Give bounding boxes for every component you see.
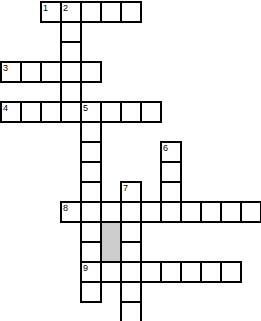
crossword-cell[interactable] [120,261,142,283]
crossword-cell[interactable] [80,281,102,303]
crossword-cell[interactable] [60,101,82,123]
crossword-cell[interactable] [80,121,102,143]
crossword-cell[interactable] [140,261,162,283]
crossword-cell[interactable] [80,1,102,23]
crossword-cell[interactable]: 6 [160,141,182,163]
crossword-cell[interactable] [120,201,142,223]
crossword-cell[interactable] [60,41,82,63]
crossword-cell[interactable]: 3 [0,61,22,83]
crossword-cell[interactable] [120,221,142,243]
crossword-cell[interactable]: 5 [80,101,102,123]
crossword-cell[interactable] [100,101,122,123]
crossword-cell[interactable]: 8 [60,201,82,223]
crossword-cell[interactable] [100,1,122,23]
crossword-cell[interactable] [120,1,142,23]
crossword-cell[interactable]: 4 [0,101,22,123]
clue-number: 5 [82,103,100,112]
crossword-cell[interactable] [140,201,162,223]
crossword-cell[interactable]: 7 [120,181,142,203]
crossword-cell[interactable] [160,181,182,203]
crossword-board: 123456789 [0,0,261,321]
clue-number: 6 [162,143,180,152]
crossword-cell[interactable] [60,61,82,83]
crossword-cell[interactable] [220,261,242,283]
crossword-cell[interactable] [20,101,42,123]
clue-number: 9 [82,263,100,272]
crossword-cell[interactable] [160,261,182,283]
crossword-cell[interactable] [100,201,122,223]
crossword-cell[interactable] [80,221,102,243]
crossword-cell[interactable] [60,81,82,103]
crossword-cell[interactable] [140,101,162,123]
clue-number: 1 [42,3,60,12]
clue-number: 3 [2,63,20,72]
crossword-cell[interactable] [180,201,202,223]
crossword-cell[interactable] [200,201,222,223]
crossword-cell[interactable] [40,61,62,83]
clue-number: 8 [62,203,80,212]
crossword-cell-shaded[interactable] [100,221,122,263]
crossword-cell[interactable] [200,261,222,283]
crossword-cell[interactable] [100,261,122,283]
crossword-cell[interactable]: 9 [80,261,102,283]
clue-number: 4 [2,103,20,112]
crossword-cell[interactable] [60,21,82,43]
crossword-cell[interactable] [80,201,102,223]
crossword-cell[interactable] [120,301,142,321]
crossword-cell[interactable] [80,61,102,83]
crossword-cell[interactable] [80,141,102,163]
crossword-cell[interactable] [180,261,202,283]
crossword-cell[interactable] [80,161,102,183]
clue-number: 7 [122,183,140,192]
crossword-cell[interactable]: 1 [40,1,62,23]
crossword-cell[interactable] [40,101,62,123]
crossword-cell[interactable] [120,281,142,303]
crossword-cell[interactable] [160,201,182,223]
crossword-cell[interactable] [120,241,142,263]
crossword-cell[interactable] [80,181,102,203]
crossword-cell[interactable] [80,241,102,263]
crossword-cell[interactable] [120,101,142,123]
crossword-cell[interactable] [20,61,42,83]
crossword-cell[interactable] [160,161,182,183]
crossword-cell[interactable] [220,201,242,223]
clue-number: 2 [62,3,80,12]
crossword-cell[interactable] [240,201,261,223]
crossword-cell[interactable]: 2 [60,1,82,23]
